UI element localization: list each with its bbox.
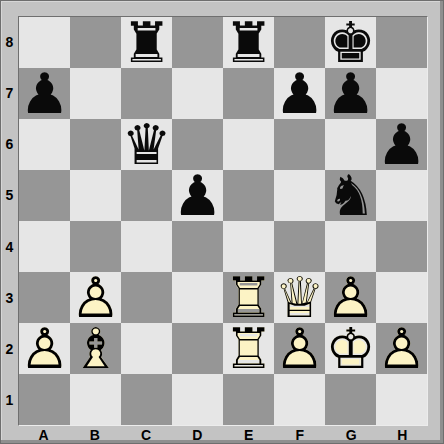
square-e4[interactable] [223, 221, 274, 272]
square-b2[interactable]: ♝♗ [70, 323, 121, 374]
chessboard-frame: ♜♜♚♟♟♟♛♟♟♞♟♙♜♖♛♕♟♙♟♙♝♗♜♖♟♙♚♔♟♙ 87654321 … [0, 0, 444, 444]
square-d4[interactable] [172, 221, 223, 272]
file-label-h: H [377, 426, 428, 444]
white-bishop-piece: ♗ [70, 323, 121, 374]
file-label-a: A [18, 426, 69, 444]
square-b1[interactable] [70, 374, 121, 425]
square-f1[interactable] [274, 374, 325, 425]
square-c2[interactable] [121, 323, 172, 374]
file-label-d: D [172, 426, 223, 444]
square-f2[interactable]: ♟♙ [274, 323, 325, 374]
black-pawn-piece: ♟ [19, 68, 70, 119]
square-e3[interactable]: ♜♖ [223, 272, 274, 323]
black-pawn-piece: ♟ [325, 68, 376, 119]
square-f4[interactable] [274, 221, 325, 272]
rank-label-1: 1 [1, 375, 18, 426]
square-h7[interactable] [376, 68, 427, 119]
square-a5[interactable] [19, 170, 70, 221]
square-c4[interactable] [121, 221, 172, 272]
white-king-fill: ♚ [325, 323, 376, 374]
file-labels: ABCDEFGH [18, 426, 428, 444]
square-f6[interactable] [274, 119, 325, 170]
square-d2[interactable] [172, 323, 223, 374]
file-label-b: B [69, 426, 120, 444]
white-pawn-fill: ♟ [70, 272, 121, 323]
square-a8[interactable] [19, 17, 70, 68]
file-label-e: E [223, 426, 274, 444]
white-pawn-piece: ♙ [325, 272, 376, 323]
white-rook-fill: ♜ [223, 272, 274, 323]
square-a2[interactable]: ♟♙ [19, 323, 70, 374]
black-pawn-piece: ♟ [376, 119, 427, 170]
white-pawn-piece: ♙ [19, 323, 70, 374]
rank-labels: 87654321 [1, 16, 18, 426]
black-pawn-piece: ♟ [172, 170, 223, 221]
square-g3[interactable]: ♟♙ [325, 272, 376, 323]
rank-label-8: 8 [1, 16, 18, 67]
black-rook-piece: ♜ [121, 17, 172, 68]
square-g6[interactable] [325, 119, 376, 170]
square-b4[interactable] [70, 221, 121, 272]
rank-label-3: 3 [1, 272, 18, 323]
square-h3[interactable] [376, 272, 427, 323]
white-pawn-fill: ♟ [325, 272, 376, 323]
square-e6[interactable] [223, 119, 274, 170]
square-g7[interactable]: ♟ [325, 68, 376, 119]
chess-board: ♜♜♚♟♟♟♛♟♟♞♟♙♜♖♛♕♟♙♟♙♝♗♜♖♟♙♚♔♟♙ [18, 16, 428, 426]
square-g2[interactable]: ♚♔ [325, 323, 376, 374]
white-pawn-piece: ♙ [376, 323, 427, 374]
white-rook-piece: ♖ [223, 323, 274, 374]
square-h1[interactable] [376, 374, 427, 425]
square-a7[interactable]: ♟ [19, 68, 70, 119]
square-g8[interactable]: ♚ [325, 17, 376, 68]
square-d1[interactable] [172, 374, 223, 425]
white-king-piece: ♔ [325, 323, 376, 374]
black-queen-piece: ♛ [121, 119, 172, 170]
white-rook-piece: ♖ [223, 272, 274, 323]
square-f7[interactable]: ♟ [274, 68, 325, 119]
white-bishop-fill: ♝ [70, 323, 121, 374]
white-pawn-piece: ♙ [274, 323, 325, 374]
rank-label-7: 7 [1, 67, 18, 118]
rank-label-6: 6 [1, 119, 18, 170]
black-rook-piece: ♜ [223, 17, 274, 68]
white-pawn-fill: ♟ [19, 323, 70, 374]
square-b6[interactable] [70, 119, 121, 170]
square-c7[interactable] [121, 68, 172, 119]
square-c1[interactable] [121, 374, 172, 425]
file-label-f: F [274, 426, 325, 444]
square-a3[interactable] [19, 272, 70, 323]
white-queen-fill: ♛ [274, 272, 325, 323]
white-pawn-fill: ♟ [274, 323, 325, 374]
square-e2[interactable]: ♜♖ [223, 323, 274, 374]
square-f8[interactable] [274, 17, 325, 68]
black-pawn-piece: ♟ [274, 68, 325, 119]
white-rook-fill: ♜ [223, 323, 274, 374]
square-b8[interactable] [70, 17, 121, 68]
square-g4[interactable] [325, 221, 376, 272]
square-g1[interactable] [325, 374, 376, 425]
square-h5[interactable] [376, 170, 427, 221]
square-d6[interactable] [172, 119, 223, 170]
square-e1[interactable] [223, 374, 274, 425]
square-b5[interactable] [70, 170, 121, 221]
square-c5[interactable] [121, 170, 172, 221]
square-a6[interactable] [19, 119, 70, 170]
square-g5[interactable]: ♞ [325, 170, 376, 221]
white-pawn-fill: ♟ [376, 323, 427, 374]
black-knight-piece: ♞ [325, 170, 376, 221]
white-queen-piece: ♕ [274, 272, 325, 323]
square-e8[interactable]: ♜ [223, 17, 274, 68]
square-h4[interactable] [376, 221, 427, 272]
square-d7[interactable] [172, 68, 223, 119]
square-h2[interactable]: ♟♙ [376, 323, 427, 374]
square-b7[interactable] [70, 68, 121, 119]
file-label-g: G [326, 426, 377, 444]
square-b3[interactable]: ♟♙ [70, 272, 121, 323]
square-e5[interactable] [223, 170, 274, 221]
square-f5[interactable] [274, 170, 325, 221]
black-king-piece: ♚ [325, 17, 376, 68]
square-h6[interactable]: ♟ [376, 119, 427, 170]
square-e7[interactable] [223, 68, 274, 119]
square-c3[interactable] [121, 272, 172, 323]
square-c6[interactable]: ♛ [121, 119, 172, 170]
rank-label-2: 2 [1, 324, 18, 375]
square-d5[interactable]: ♟ [172, 170, 223, 221]
square-f3[interactable]: ♛♕ [274, 272, 325, 323]
white-pawn-piece: ♙ [70, 272, 121, 323]
square-c8[interactable]: ♜ [121, 17, 172, 68]
rank-label-5: 5 [1, 170, 18, 221]
file-label-c: C [121, 426, 172, 444]
square-d3[interactable] [172, 272, 223, 323]
square-a1[interactable] [19, 374, 70, 425]
square-h8[interactable] [376, 17, 427, 68]
rank-label-4: 4 [1, 221, 18, 272]
square-a4[interactable] [19, 221, 70, 272]
square-d8[interactable] [172, 17, 223, 68]
